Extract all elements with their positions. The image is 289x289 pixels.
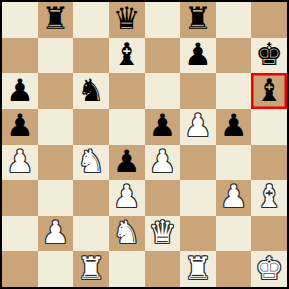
square-a4[interactable]: ♟ bbox=[2, 145, 38, 181]
piece-white-pawn[interactable]: ♟ bbox=[184, 109, 212, 143]
square-b5[interactable] bbox=[38, 109, 74, 145]
square-b6[interactable] bbox=[38, 73, 74, 109]
square-d2[interactable]: ♞ bbox=[109, 216, 145, 252]
square-e6[interactable] bbox=[145, 73, 181, 109]
square-b8[interactable]: ♜ bbox=[38, 2, 74, 38]
square-g1[interactable] bbox=[216, 251, 252, 287]
piece-black-bishop[interactable]: ♝ bbox=[255, 73, 283, 107]
square-c5[interactable] bbox=[73, 109, 109, 145]
square-g3[interactable]: ♟ bbox=[216, 180, 252, 216]
square-g7[interactable] bbox=[216, 38, 252, 74]
square-d5[interactable] bbox=[109, 109, 145, 145]
piece-black-pawn[interactable]: ♟ bbox=[6, 73, 34, 107]
piece-black-rook[interactable]: ♜ bbox=[42, 2, 70, 36]
square-h4[interactable] bbox=[251, 145, 287, 181]
piece-white-knight[interactable]: ♞ bbox=[77, 145, 105, 179]
piece-white-pawn[interactable]: ♟ bbox=[6, 145, 34, 179]
piece-black-bishop[interactable]: ♝ bbox=[113, 38, 141, 72]
square-b4[interactable] bbox=[38, 145, 74, 181]
square-a3[interactable] bbox=[2, 180, 38, 216]
chess-board: ♜♛♜♝♟♚♟♞♝♟♟♟♟♟♞♟♟♟♟♝♟♞♛♜♜♚ bbox=[0, 0, 289, 289]
square-h5[interactable] bbox=[251, 109, 287, 145]
piece-black-queen[interactable]: ♛ bbox=[113, 2, 141, 36]
square-d1[interactable] bbox=[109, 251, 145, 287]
square-f1[interactable]: ♜ bbox=[180, 251, 216, 287]
square-f3[interactable] bbox=[180, 180, 216, 216]
piece-white-pawn[interactable]: ♟ bbox=[113, 180, 141, 214]
square-c8[interactable] bbox=[73, 2, 109, 38]
piece-black-king[interactable]: ♚ bbox=[255, 38, 283, 72]
piece-black-pawn[interactable]: ♟ bbox=[148, 109, 176, 143]
square-b1[interactable] bbox=[38, 251, 74, 287]
square-c3[interactable] bbox=[73, 180, 109, 216]
square-f2[interactable] bbox=[180, 216, 216, 252]
square-h3[interactable]: ♝ bbox=[251, 180, 287, 216]
piece-white-rook[interactable]: ♜ bbox=[77, 251, 105, 285]
square-a7[interactable] bbox=[2, 38, 38, 74]
piece-black-pawn[interactable]: ♟ bbox=[220, 109, 248, 143]
piece-white-pawn[interactable]: ♟ bbox=[148, 145, 176, 179]
square-e5[interactable]: ♟ bbox=[145, 109, 181, 145]
square-e2[interactable]: ♛ bbox=[145, 216, 181, 252]
piece-white-knight[interactable]: ♞ bbox=[113, 216, 141, 250]
square-f6[interactable] bbox=[180, 73, 216, 109]
square-d3[interactable]: ♟ bbox=[109, 180, 145, 216]
square-a8[interactable] bbox=[2, 2, 38, 38]
chess-board-window: ♜♛♜♝♟♚♟♞♝♟♟♟♟♟♞♟♟♟♟♝♟♞♛♜♜♚ bbox=[0, 0, 289, 289]
piece-white-pawn[interactable]: ♟ bbox=[42, 216, 70, 250]
square-d7[interactable]: ♝ bbox=[109, 38, 145, 74]
square-a2[interactable] bbox=[2, 216, 38, 252]
square-c4[interactable]: ♞ bbox=[73, 145, 109, 181]
square-d8[interactable]: ♛ bbox=[109, 2, 145, 38]
piece-white-rook[interactable]: ♜ bbox=[184, 251, 212, 285]
piece-white-pawn[interactable]: ♟ bbox=[220, 180, 248, 214]
square-b2[interactable]: ♟ bbox=[38, 216, 74, 252]
square-e7[interactable] bbox=[145, 38, 181, 74]
square-a6[interactable]: ♟ bbox=[2, 73, 38, 109]
piece-black-pawn[interactable]: ♟ bbox=[113, 145, 141, 179]
piece-black-knight[interactable]: ♞ bbox=[77, 73, 105, 107]
square-f8[interactable]: ♜ bbox=[180, 2, 216, 38]
square-c6[interactable]: ♞ bbox=[73, 73, 109, 109]
square-d6[interactable] bbox=[109, 73, 145, 109]
square-g2[interactable] bbox=[216, 216, 252, 252]
square-h2[interactable] bbox=[251, 216, 287, 252]
square-h7[interactable]: ♚ bbox=[251, 38, 287, 74]
square-c2[interactable] bbox=[73, 216, 109, 252]
square-g8[interactable] bbox=[216, 2, 252, 38]
square-b7[interactable] bbox=[38, 38, 74, 74]
piece-black-pawn[interactable]: ♟ bbox=[6, 109, 34, 143]
square-g6[interactable] bbox=[216, 73, 252, 109]
piece-black-rook[interactable]: ♜ bbox=[184, 2, 212, 36]
square-g4[interactable] bbox=[216, 145, 252, 181]
square-c7[interactable] bbox=[73, 38, 109, 74]
square-e8[interactable] bbox=[145, 2, 181, 38]
square-b3[interactable] bbox=[38, 180, 74, 216]
piece-white-bishop[interactable]: ♝ bbox=[255, 180, 283, 214]
square-f5[interactable]: ♟ bbox=[180, 109, 216, 145]
square-h1[interactable]: ♚ bbox=[251, 251, 287, 287]
square-c1[interactable]: ♜ bbox=[73, 251, 109, 287]
square-a5[interactable]: ♟ bbox=[2, 109, 38, 145]
piece-white-queen[interactable]: ♛ bbox=[148, 216, 176, 250]
square-a1[interactable] bbox=[2, 251, 38, 287]
square-e3[interactable] bbox=[145, 180, 181, 216]
square-e1[interactable] bbox=[145, 251, 181, 287]
square-g5[interactable]: ♟ bbox=[216, 109, 252, 145]
square-f7[interactable]: ♟ bbox=[180, 38, 216, 74]
square-h8[interactable] bbox=[251, 2, 287, 38]
square-f4[interactable] bbox=[180, 145, 216, 181]
piece-white-king[interactable]: ♚ bbox=[255, 251, 283, 285]
square-d4[interactable]: ♟ bbox=[109, 145, 145, 181]
square-h6-highlighted[interactable]: ♝ bbox=[251, 73, 287, 109]
piece-black-pawn[interactable]: ♟ bbox=[184, 38, 212, 72]
square-e4[interactable]: ♟ bbox=[145, 145, 181, 181]
